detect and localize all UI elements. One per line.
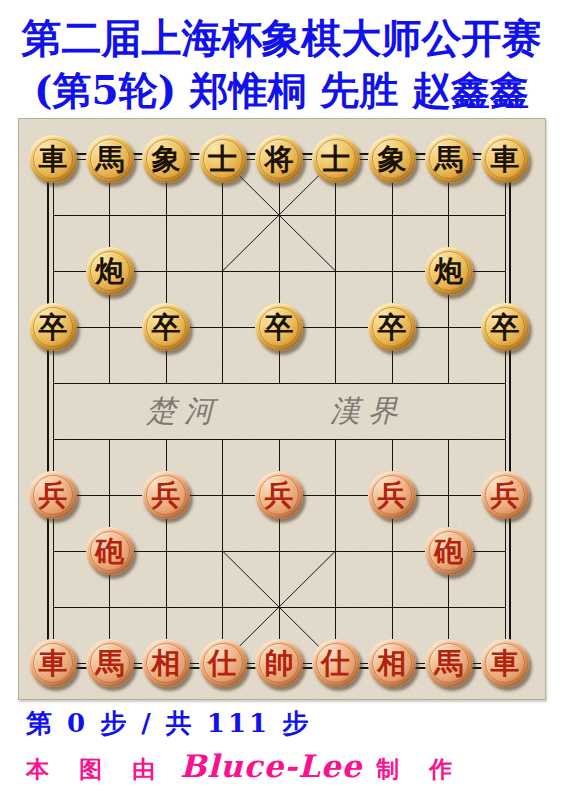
piece-red-horse[interactable]: 馬 (86, 639, 134, 687)
piece-red-soldier[interactable]: 兵 (481, 471, 529, 519)
piece-red-chariot[interactable]: 車 (29, 639, 77, 687)
xiangqi-board: 楚河 漢界 車馬象士将士象馬車炮炮卒卒卒卒卒兵兵兵兵兵砲砲車馬相仕帥仕相馬車 (18, 118, 546, 700)
piece-red-cannon[interactable]: 砲 (86, 527, 134, 575)
page: 第二届上海杯象棋大师公开赛 (第5轮) 郑惟桐 先胜 赵鑫鑫 楚河 (0, 0, 563, 798)
piece-red-advisor[interactable]: 仕 (199, 639, 247, 687)
piece-red-elephant[interactable]: 相 (142, 639, 190, 687)
tournament-title: 第二届上海杯象棋大师公开赛 (0, 14, 563, 62)
piece-red-soldier[interactable]: 兵 (142, 471, 190, 519)
piece-red-elephant[interactable]: 相 (368, 639, 416, 687)
piece-red-soldier[interactable]: 兵 (29, 471, 77, 519)
piece-black-horse[interactable]: 馬 (86, 135, 134, 183)
piece-black-soldier[interactable]: 卒 (481, 303, 529, 351)
piece-black-horse[interactable]: 馬 (425, 135, 473, 183)
credit-line: 本 图 由 Bluce-Lee 制 作 (26, 748, 463, 785)
credit-suffix: 制 作 (376, 754, 463, 785)
piece-black-chariot[interactable]: 車 (29, 135, 77, 183)
board-pieces: 車馬象士将士象馬車炮炮卒卒卒卒卒兵兵兵兵兵砲砲車馬相仕帥仕相馬車 (19, 119, 545, 699)
piece-black-general[interactable]: 将 (255, 135, 303, 183)
piece-black-cannon[interactable]: 炮 (86, 247, 134, 295)
piece-red-soldier[interactable]: 兵 (255, 471, 303, 519)
piece-red-advisor[interactable]: 仕 (312, 639, 360, 687)
piece-black-soldier[interactable]: 卒 (368, 303, 416, 351)
match-subtitle: (第5轮) 郑惟桐 先胜 赵鑫鑫 (0, 66, 563, 114)
piece-black-elephant[interactable]: 象 (142, 135, 190, 183)
piece-black-soldier[interactable]: 卒 (142, 303, 190, 351)
piece-red-horse[interactable]: 馬 (425, 639, 473, 687)
credit-prefix: 本 图 由 (26, 754, 166, 785)
piece-red-general[interactable]: 帥 (255, 639, 303, 687)
piece-black-advisor[interactable]: 士 (312, 135, 360, 183)
move-counter: 第 0 步 / 共 111 步 (26, 706, 311, 741)
piece-black-soldier[interactable]: 卒 (29, 303, 77, 351)
piece-black-elephant[interactable]: 象 (368, 135, 416, 183)
piece-black-soldier[interactable]: 卒 (255, 303, 303, 351)
piece-red-soldier[interactable]: 兵 (368, 471, 416, 519)
piece-black-chariot[interactable]: 車 (481, 135, 529, 183)
piece-red-cannon[interactable]: 砲 (425, 527, 473, 575)
piece-black-cannon[interactable]: 炮 (425, 247, 473, 295)
piece-black-advisor[interactable]: 士 (199, 135, 247, 183)
piece-red-chariot[interactable]: 車 (481, 639, 529, 687)
credit-author-name: Bluce-Lee (180, 748, 362, 784)
